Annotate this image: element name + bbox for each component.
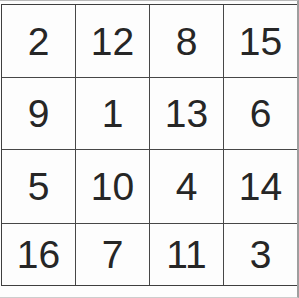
cell-r2c0[interactable]: 5: [2, 150, 75, 223]
cell-r2c2[interactable]: 4: [150, 150, 223, 223]
cell-r0c2[interactable]: 8: [150, 5, 223, 77]
cell-r1c0[interactable]: 9: [2, 78, 75, 149]
cell-r3c0[interactable]: 16: [2, 224, 75, 285]
cell-r0c0[interactable]: 2: [2, 5, 75, 77]
cell-r2c1[interactable]: 10: [76, 150, 149, 223]
cell-r2c3[interactable]: 14: [224, 150, 297, 223]
screen: 2 12 8 15 9 1 13 6 5 10 4 14 16 7 11 3: [0, 0, 299, 298]
cell-r1c3[interactable]: 6: [224, 78, 297, 149]
cell-r3c3[interactable]: 3: [224, 224, 297, 285]
cell-r0c1[interactable]: 12: [76, 5, 149, 77]
cell-r3c1[interactable]: 7: [76, 224, 149, 285]
cell-r0c3[interactable]: 15: [224, 5, 297, 77]
cell-r1c2[interactable]: 13: [150, 78, 223, 149]
cell-r1c1[interactable]: 1: [76, 78, 149, 149]
number-grid-board: 2 12 8 15 9 1 13 6 5 10 4 14 16 7 11 3: [1, 4, 298, 286]
cell-r3c2[interactable]: 11: [150, 224, 223, 285]
